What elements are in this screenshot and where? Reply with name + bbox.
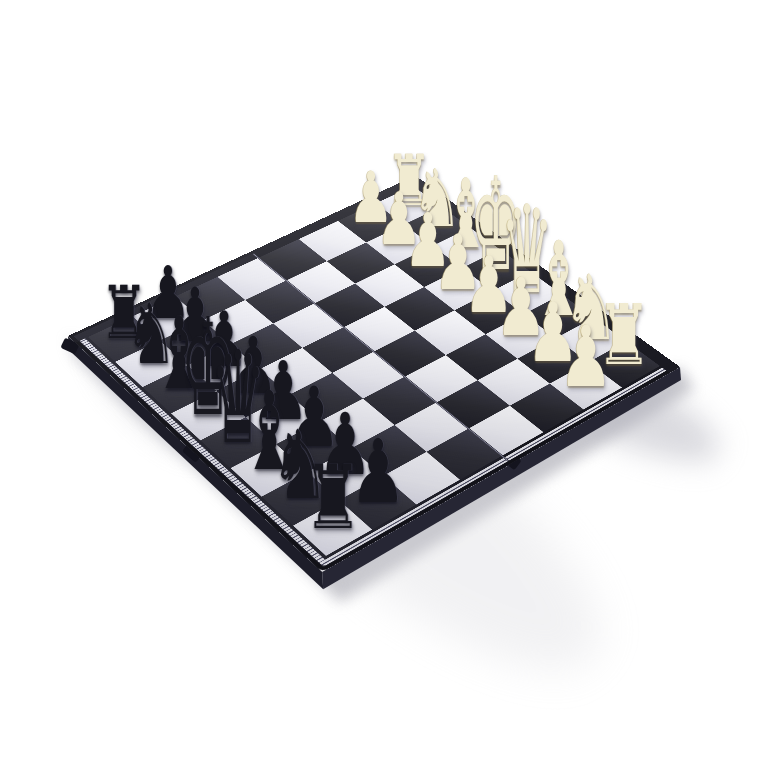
chess-set-photo: ♜♟♞♟♝♟♚♟♛♟♝♟♟♜♞♟♟♞♜♟♟♝♟♚♟♛♟♝♟♞♟♜ [0,0,768,768]
